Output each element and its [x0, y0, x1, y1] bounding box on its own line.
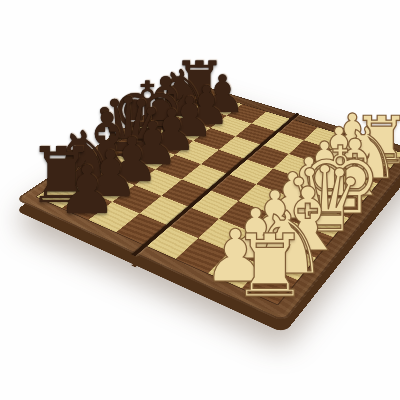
board-3d-assembly — [15, 83, 400, 323]
board-shadow-lift — [0, 0, 400, 400]
chessboard — [37, 90, 400, 304]
photo-canvas: ♜♞♝♛♚♝♞♜♟♟♟♟♟♟♟♟♟♟♟♟♟♟♟♟♜♞♝♛♚♝♞♜ — [0, 0, 400, 400]
